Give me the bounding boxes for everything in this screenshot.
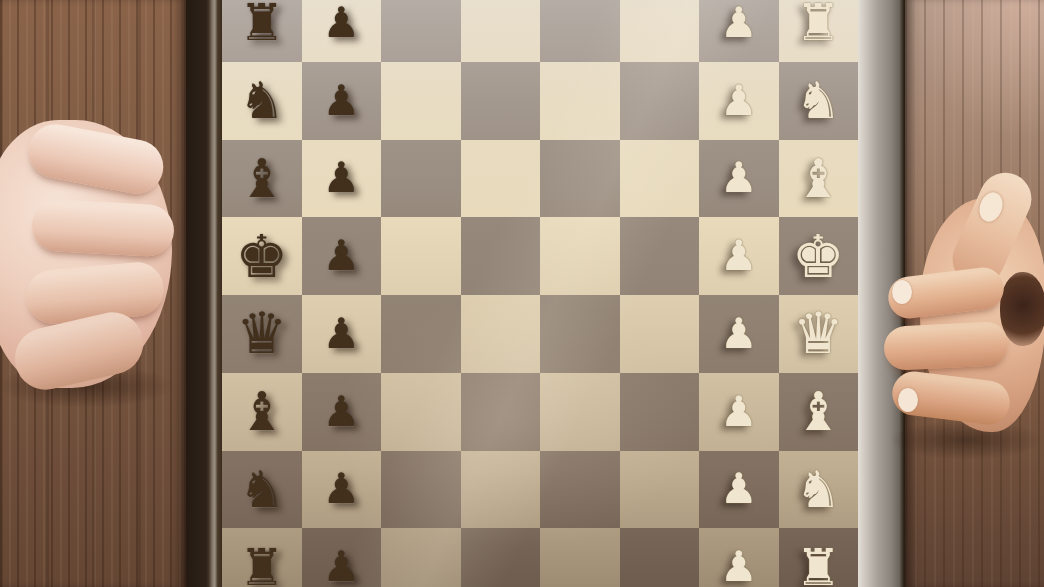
piece-black-rook-a8[interactable]: ♜ [239, 542, 285, 587]
square-c6[interactable] [381, 373, 461, 451]
square-b2[interactable]: ♟ [699, 451, 779, 529]
board-grid: ♜♟♟♜♞♟♟♞♝♟♟♝♚♟♟♚♛♟♟♛♝♟♟♝♞♟♟♞♜♟♟♜ [222, 0, 858, 587]
piece-white-rook-a1[interactable]: ♜ [795, 542, 841, 587]
square-e4[interactable] [540, 217, 620, 295]
chess-board: ♜♟♟♜♞♟♟♞♝♟♟♝♚♟♟♚♛♟♟♛♝♟♟♝♞♟♟♞♜♟♟♜ [186, 0, 905, 587]
square-e2[interactable]: ♟ [699, 217, 779, 295]
piece-white-pawn-d2[interactable]: ♟ [720, 313, 758, 355]
square-f8[interactable]: ♝ [222, 140, 302, 218]
square-e3[interactable] [620, 217, 700, 295]
square-f4[interactable] [540, 140, 620, 218]
piece-black-pawn-h7[interactable]: ♟ [322, 2, 360, 44]
square-d8[interactable]: ♛ [222, 295, 302, 373]
square-h8[interactable]: ♜ [222, 0, 302, 62]
square-c2[interactable]: ♟ [699, 373, 779, 451]
square-a1[interactable]: ♜ [779, 528, 859, 587]
square-d7[interactable]: ♟ [302, 295, 382, 373]
square-a3[interactable] [620, 528, 700, 587]
square-c4[interactable] [540, 373, 620, 451]
piece-black-pawn-b7[interactable]: ♟ [322, 468, 360, 510]
square-e6[interactable] [381, 217, 461, 295]
square-g3[interactable] [620, 62, 700, 140]
square-a2[interactable]: ♟ [699, 528, 779, 587]
square-h5[interactable] [461, 0, 541, 62]
board-rail-right [858, 0, 905, 587]
square-h1[interactable]: ♜ [779, 0, 859, 62]
piece-white-king-e1[interactable]: ♚ [792, 227, 845, 286]
piece-white-pawn-h2[interactable]: ♟ [720, 2, 758, 44]
square-d5[interactable] [461, 295, 541, 373]
piece-white-queen-d1[interactable]: ♛ [793, 305, 844, 362]
square-a5[interactable] [461, 528, 541, 587]
square-f1[interactable]: ♝ [779, 140, 859, 218]
piece-black-king-e8[interactable]: ♚ [235, 227, 288, 286]
piece-white-bishop-f1[interactable]: ♝ [794, 152, 842, 205]
piece-white-pawn-a2[interactable]: ♟ [720, 546, 758, 587]
square-c3[interactable] [620, 373, 700, 451]
wood-table-left [0, 0, 186, 587]
piece-black-pawn-e7[interactable]: ♟ [322, 235, 360, 277]
square-c5[interactable] [461, 373, 541, 451]
square-g2[interactable]: ♟ [699, 62, 779, 140]
square-a8[interactable]: ♜ [222, 528, 302, 587]
piece-white-knight-g1[interactable]: ♞ [795, 75, 841, 126]
square-g1[interactable]: ♞ [779, 62, 859, 140]
piece-black-pawn-g7[interactable]: ♟ [322, 80, 360, 122]
square-g4[interactable] [540, 62, 620, 140]
piece-black-pawn-d7[interactable]: ♟ [322, 313, 360, 355]
square-d6[interactable] [381, 295, 461, 373]
square-b5[interactable] [461, 451, 541, 529]
square-e7[interactable]: ♟ [302, 217, 382, 295]
board-rail-left [186, 0, 222, 587]
piece-white-pawn-c2[interactable]: ♟ [720, 391, 758, 433]
square-f3[interactable] [620, 140, 700, 218]
square-d2[interactable]: ♟ [699, 295, 779, 373]
square-h2[interactable]: ♟ [699, 0, 779, 62]
square-e8[interactable]: ♚ [222, 217, 302, 295]
square-b3[interactable] [620, 451, 700, 529]
piece-black-knight-b8[interactable]: ♞ [239, 464, 285, 515]
square-a7[interactable]: ♟ [302, 528, 382, 587]
piece-black-rook-h8[interactable]: ♜ [239, 0, 285, 48]
piece-white-bishop-c1[interactable]: ♝ [794, 385, 842, 438]
piece-black-knight-g8[interactable]: ♞ [239, 75, 285, 126]
square-c1[interactable]: ♝ [779, 373, 859, 451]
square-f5[interactable] [461, 140, 541, 218]
square-a6[interactable] [381, 528, 461, 587]
piece-white-rook-h1[interactable]: ♜ [795, 0, 841, 48]
square-d3[interactable] [620, 295, 700, 373]
square-g7[interactable]: ♟ [302, 62, 382, 140]
square-f2[interactable]: ♟ [699, 140, 779, 218]
piece-white-pawn-b2[interactable]: ♟ [720, 468, 758, 510]
piece-black-queen-d8[interactable]: ♛ [236, 305, 287, 362]
piece-white-knight-b1[interactable]: ♞ [795, 464, 841, 515]
square-h7[interactable]: ♟ [302, 0, 382, 62]
piece-black-pawn-f7[interactable]: ♟ [322, 157, 360, 199]
square-g6[interactable] [381, 62, 461, 140]
piece-white-pawn-g2[interactable]: ♟ [720, 80, 758, 122]
square-h6[interactable] [381, 0, 461, 62]
piece-black-pawn-a7[interactable]: ♟ [322, 546, 360, 587]
square-b6[interactable] [381, 451, 461, 529]
square-d1[interactable]: ♛ [779, 295, 859, 373]
square-g5[interactable] [461, 62, 541, 140]
square-f6[interactable] [381, 140, 461, 218]
square-g8[interactable]: ♞ [222, 62, 302, 140]
square-e1[interactable]: ♚ [779, 217, 859, 295]
square-h4[interactable] [540, 0, 620, 62]
square-a4[interactable] [540, 528, 620, 587]
piece-black-bishop-f8[interactable]: ♝ [238, 152, 286, 205]
piece-white-pawn-f2[interactable]: ♟ [720, 157, 758, 199]
scene-chess-table-overhead: ♜♟♟♜♞♟♟♞♝♟♟♝♚♟♟♚♛♟♟♛♝♟♟♝♞♟♟♞♜♟♟♜ [0, 0, 1044, 587]
square-b7[interactable]: ♟ [302, 451, 382, 529]
wood-table-right [905, 0, 1044, 587]
piece-black-bishop-c8[interactable]: ♝ [238, 385, 286, 438]
square-b4[interactable] [540, 451, 620, 529]
square-c7[interactable]: ♟ [302, 373, 382, 451]
square-f7[interactable]: ♟ [302, 140, 382, 218]
square-b1[interactable]: ♞ [779, 451, 859, 529]
piece-black-pawn-c7[interactable]: ♟ [322, 391, 360, 433]
board-surface: ♜♟♟♜♞♟♟♞♝♟♟♝♚♟♟♚♛♟♟♛♝♟♟♝♞♟♟♞♜♟♟♜ [222, 0, 858, 587]
square-b8[interactable]: ♞ [222, 451, 302, 529]
square-d4[interactable] [540, 295, 620, 373]
square-c8[interactable]: ♝ [222, 373, 302, 451]
piece-white-pawn-e2[interactable]: ♟ [720, 235, 758, 277]
square-e5[interactable] [461, 217, 541, 295]
square-h3[interactable] [620, 0, 700, 62]
